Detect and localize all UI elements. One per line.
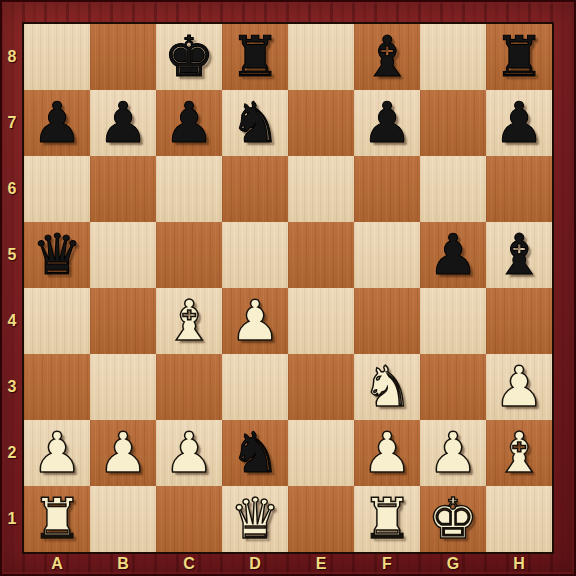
square-h2[interactable]: ♝	[486, 420, 552, 486]
square-d8[interactable]: ♜	[222, 24, 288, 90]
file-label-c: C	[156, 552, 222, 576]
square-c7[interactable]: ♟	[156, 90, 222, 156]
square-d7[interactable]: ♞	[222, 90, 288, 156]
square-d1[interactable]: ♛	[222, 486, 288, 552]
square-b6[interactable]	[90, 156, 156, 222]
piece-black-pawn[interactable]: ♟	[98, 90, 148, 156]
chessboard: ♚♜♝♜♟♟♟♞♟♟♛♟♝♝♟♞♟♟♟♟♞♟♟♝♜♛♜♚	[24, 24, 552, 552]
piece-black-knight[interactable]: ♞	[230, 90, 280, 156]
square-f6[interactable]	[354, 156, 420, 222]
square-a7[interactable]: ♟	[24, 90, 90, 156]
piece-black-bishop[interactable]: ♝	[362, 24, 412, 90]
square-d2[interactable]: ♞	[222, 420, 288, 486]
square-b4[interactable]	[90, 288, 156, 354]
square-f8[interactable]: ♝	[354, 24, 420, 90]
piece-black-pawn[interactable]: ♟	[494, 90, 544, 156]
square-c6[interactable]	[156, 156, 222, 222]
piece-white-pawn[interactable]: ♟	[32, 420, 82, 486]
square-a4[interactable]	[24, 288, 90, 354]
rank-label-4: 4	[0, 288, 24, 354]
square-g8[interactable]	[420, 24, 486, 90]
piece-black-bishop[interactable]: ♝	[494, 222, 544, 288]
square-e2[interactable]	[288, 420, 354, 486]
piece-white-knight[interactable]: ♞	[362, 354, 412, 420]
square-c5[interactable]	[156, 222, 222, 288]
piece-black-pawn[interactable]: ♟	[32, 90, 82, 156]
piece-white-king[interactable]: ♚	[428, 486, 478, 552]
rank-label-8: 8	[0, 24, 24, 90]
piece-black-rook[interactable]: ♜	[230, 24, 280, 90]
square-c1[interactable]	[156, 486, 222, 552]
rank-label-7: 7	[0, 90, 24, 156]
square-f2[interactable]: ♟	[354, 420, 420, 486]
piece-black-rook[interactable]: ♜	[494, 24, 544, 90]
square-g4[interactable]	[420, 288, 486, 354]
rank-label-1: 1	[0, 486, 24, 552]
piece-black-pawn[interactable]: ♟	[362, 90, 412, 156]
square-g7[interactable]	[420, 90, 486, 156]
piece-white-pawn[interactable]: ♟	[164, 420, 214, 486]
square-a1[interactable]: ♜	[24, 486, 90, 552]
square-e4[interactable]	[288, 288, 354, 354]
piece-white-rook[interactable]: ♜	[362, 486, 412, 552]
square-e1[interactable]	[288, 486, 354, 552]
square-g1[interactable]: ♚	[420, 486, 486, 552]
file-label-b: B	[90, 552, 156, 576]
square-h8[interactable]: ♜	[486, 24, 552, 90]
file-label-g: G	[420, 552, 486, 576]
square-g2[interactable]: ♟	[420, 420, 486, 486]
piece-white-pawn[interactable]: ♟	[362, 420, 412, 486]
square-h5[interactable]: ♝	[486, 222, 552, 288]
square-h1[interactable]	[486, 486, 552, 552]
square-b3[interactable]	[90, 354, 156, 420]
square-h4[interactable]	[486, 288, 552, 354]
square-a5[interactable]: ♛	[24, 222, 90, 288]
square-f4[interactable]	[354, 288, 420, 354]
piece-white-pawn[interactable]: ♟	[98, 420, 148, 486]
piece-white-bishop[interactable]: ♝	[494, 420, 544, 486]
square-e7[interactable]	[288, 90, 354, 156]
file-label-a: A	[24, 552, 90, 576]
piece-black-pawn[interactable]: ♟	[428, 222, 478, 288]
square-e8[interactable]	[288, 24, 354, 90]
file-label-d: D	[222, 552, 288, 576]
rank-label-6: 6	[0, 156, 24, 222]
piece-white-rook[interactable]: ♜	[32, 486, 82, 552]
square-e5[interactable]	[288, 222, 354, 288]
piece-white-pawn[interactable]: ♟	[494, 354, 544, 420]
square-d6[interactable]	[222, 156, 288, 222]
square-g6[interactable]	[420, 156, 486, 222]
square-f1[interactable]: ♜	[354, 486, 420, 552]
square-b2[interactable]: ♟	[90, 420, 156, 486]
square-b5[interactable]	[90, 222, 156, 288]
square-g5[interactable]: ♟	[420, 222, 486, 288]
square-b8[interactable]	[90, 24, 156, 90]
square-f5[interactable]	[354, 222, 420, 288]
piece-white-bishop[interactable]: ♝	[164, 288, 214, 354]
piece-black-king[interactable]: ♚	[164, 24, 214, 90]
file-label-e: E	[288, 552, 354, 576]
square-c4[interactable]: ♝	[156, 288, 222, 354]
file-label-f: F	[354, 552, 420, 576]
rank-label-5: 5	[0, 222, 24, 288]
piece-white-queen[interactable]: ♛	[230, 486, 280, 552]
square-a6[interactable]	[24, 156, 90, 222]
square-h7[interactable]: ♟	[486, 90, 552, 156]
piece-black-queen[interactable]: ♛	[32, 222, 82, 288]
square-e3[interactable]	[288, 354, 354, 420]
square-c8[interactable]: ♚	[156, 24, 222, 90]
square-b7[interactable]: ♟	[90, 90, 156, 156]
square-a2[interactable]: ♟	[24, 420, 90, 486]
square-d4[interactable]: ♟	[222, 288, 288, 354]
file-label-h: H	[486, 552, 552, 576]
square-h3[interactable]: ♟	[486, 354, 552, 420]
square-h6[interactable]	[486, 156, 552, 222]
square-e6[interactable]	[288, 156, 354, 222]
piece-white-pawn[interactable]: ♟	[428, 420, 478, 486]
square-b1[interactable]	[90, 486, 156, 552]
square-f3[interactable]: ♞	[354, 354, 420, 420]
rank-label-2: 2	[0, 420, 24, 486]
square-g3[interactable]	[420, 354, 486, 420]
square-f7[interactable]: ♟	[354, 90, 420, 156]
piece-black-knight[interactable]: ♞	[230, 420, 280, 486]
rank-label-3: 3	[0, 354, 24, 420]
square-c3[interactable]	[156, 354, 222, 420]
chessboard-frame: ♚♜♝♜♟♟♟♞♟♟♛♟♝♝♟♞♟♟♟♟♞♟♟♝♜♛♜♚ 8A7B6C5D4E3…	[0, 0, 576, 576]
square-d3[interactable]	[222, 354, 288, 420]
square-c2[interactable]: ♟	[156, 420, 222, 486]
square-a3[interactable]	[24, 354, 90, 420]
piece-black-pawn[interactable]: ♟	[164, 90, 214, 156]
square-d5[interactable]	[222, 222, 288, 288]
square-a8[interactable]	[24, 24, 90, 90]
piece-white-pawn[interactable]: ♟	[230, 288, 280, 354]
